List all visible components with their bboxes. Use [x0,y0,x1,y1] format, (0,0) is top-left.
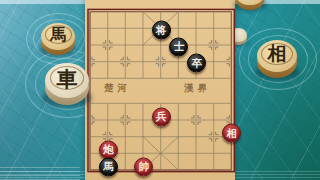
piece-character: 馬 [50,24,66,46]
partial-top-right-piece[interactable] [235,0,265,10]
piece-character: 車 [57,65,78,93]
water-waves-bottom-left [0,164,80,180]
board-piece-black-soldier[interactable]: 卒 [187,54,206,73]
wood-elephant-piece[interactable]: 相 [257,40,297,78]
board-piece-black-horse[interactable]: 馬 [99,157,118,176]
piece-grid: 将士卒兵相炮馬帥 [81,3,240,178]
piece-face: 馬 [41,23,75,50]
xiangqi-board[interactable]: 楚河 漢界 将士卒兵相炮馬帥 [85,0,235,180]
ivory-chariot-piece[interactable]: 車 [45,63,89,105]
piece-character: 相 [268,41,287,67]
board-piece-black-general[interactable]: 将 [152,21,171,40]
board-piece-red-soldier[interactable]: 兵 [152,107,171,126]
board-piece-black-advisor[interactable]: 士 [169,37,188,56]
wood-horse-piece[interactable]: 馬 [41,23,75,55]
board-piece-red-elephant[interactable]: 相 [222,124,241,143]
piece-face: 相 [257,40,297,72]
board-piece-red-general[interactable]: 帥 [134,157,153,176]
scene: 馬車相 楚河 漢界 将士卒兵相炮馬帥 [0,0,320,180]
piece-face: 車 [45,63,89,98]
